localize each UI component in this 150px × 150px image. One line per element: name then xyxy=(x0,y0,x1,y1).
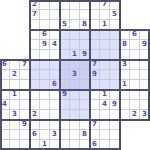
cell-r10c9[interactable] xyxy=(90,100,100,110)
cell-r7c4[interactable] xyxy=(40,70,50,80)
cell-r6c9-given[interactable]: 7 xyxy=(90,60,100,70)
cell-r7c3[interactable] xyxy=(30,70,40,80)
grid-border-segment-vertical xyxy=(59,0,61,150)
cell-r9c7[interactable] xyxy=(70,90,80,100)
grid-border-segment-horizontal xyxy=(0,119,150,121)
cell-r7c6[interactable] xyxy=(60,70,70,80)
cell-r4c4-given[interactable]: 9 xyxy=(40,40,50,50)
cell-r4c3[interactable] xyxy=(30,40,40,50)
cell-r1c7[interactable] xyxy=(70,10,80,20)
outside-area xyxy=(130,130,140,140)
outside-area xyxy=(140,10,150,20)
cell-r3c12[interactable] xyxy=(120,30,130,40)
cell-r10c4[interactable] xyxy=(40,100,50,110)
cell-r4c9[interactable] xyxy=(90,40,100,50)
windmill-sudoku-puzzle: 2775581669489196773239611914493223976381… xyxy=(0,0,150,150)
cell-r1c9[interactable] xyxy=(90,10,100,20)
cell-r3c3[interactable] xyxy=(30,30,40,40)
cell-r1c4[interactable] xyxy=(40,10,50,20)
cell-r6c4[interactable] xyxy=(40,60,50,70)
cell-r3c9[interactable] xyxy=(90,30,100,40)
grid-border-segment-horizontal xyxy=(0,89,150,91)
outside-area xyxy=(120,140,130,150)
grid-border-segment-horizontal xyxy=(29,0,121,2)
cell-r10c6[interactable] xyxy=(60,100,70,110)
grid-border-segment-vertical xyxy=(119,0,121,150)
outside-area xyxy=(140,0,150,10)
cell-r6c10[interactable] xyxy=(100,60,110,70)
outside-area xyxy=(120,130,130,140)
cell-r1c6[interactable] xyxy=(60,10,70,20)
outside-area xyxy=(0,40,10,50)
outside-area xyxy=(140,130,150,140)
cell-r7c9-given[interactable]: 9 xyxy=(90,70,100,80)
outside-area xyxy=(130,140,140,150)
cell-r4c12-given[interactable]: 8 xyxy=(120,40,130,50)
cell-r4c13[interactable] xyxy=(130,40,140,50)
cell-r12c1[interactable] xyxy=(10,120,20,130)
cell-r6c7[interactable] xyxy=(70,60,80,70)
cell-r13c3-given[interactable]: 6 xyxy=(30,130,40,140)
cell-r4c10[interactable] xyxy=(100,40,110,50)
cell-r13c4[interactable] xyxy=(40,130,50,140)
cell-r7c1-given[interactable]: 2 xyxy=(10,70,20,80)
cell-r6c1[interactable] xyxy=(10,60,20,70)
outside-area xyxy=(0,0,10,10)
cell-r9c1-given[interactable]: 1 xyxy=(10,90,20,100)
outside-area xyxy=(120,10,130,20)
cell-r6c3[interactable] xyxy=(30,60,40,70)
cell-r3c13-given[interactable]: 6 xyxy=(130,30,140,40)
cell-r13c7[interactable] xyxy=(70,130,80,140)
cell-r9c13[interactable] xyxy=(130,90,140,100)
grid-border-segment-vertical xyxy=(148,29,150,121)
cell-r10c10-given[interactable]: 4 xyxy=(100,100,110,110)
outside-area xyxy=(10,10,20,20)
cell-r12c4[interactable] xyxy=(40,120,50,130)
cell-r12c3[interactable] xyxy=(30,120,40,130)
cell-r3c6[interactable] xyxy=(60,30,70,40)
outside-area xyxy=(10,0,20,10)
cell-r7c10[interactable] xyxy=(100,70,110,80)
cell-r4c6[interactable] xyxy=(60,40,70,50)
cell-r6c12-given[interactable]: 3 xyxy=(120,60,130,70)
cell-r6c6[interactable] xyxy=(60,60,70,70)
cell-r7c13[interactable] xyxy=(130,70,140,80)
cell-r3c7[interactable] xyxy=(70,30,80,40)
cell-r12c7[interactable] xyxy=(70,120,80,130)
cell-r9c12[interactable] xyxy=(120,90,130,100)
cell-r13c10[interactable] xyxy=(100,130,110,140)
cell-r12c6[interactable] xyxy=(60,120,70,130)
cell-r6c13[interactable] xyxy=(130,60,140,70)
outside-area xyxy=(0,30,10,40)
cell-r9c6-given[interactable]: 9 xyxy=(60,90,70,100)
cell-r9c3[interactable] xyxy=(30,90,40,100)
grid-border-segment-vertical xyxy=(89,0,91,150)
outside-area xyxy=(130,10,140,20)
cell-r3c4-given[interactable]: 6 xyxy=(40,30,50,40)
cell-r13c6[interactable] xyxy=(60,130,70,140)
cell-r10c13[interactable] xyxy=(130,100,140,110)
outside-area xyxy=(130,120,140,130)
outside-area xyxy=(0,10,10,20)
cell-r9c4[interactable] xyxy=(40,90,50,100)
cell-r10c1[interactable] xyxy=(10,100,20,110)
outside-area xyxy=(10,40,20,50)
cell-r13c1[interactable] xyxy=(10,130,20,140)
cell-r7c7-given[interactable]: 3 xyxy=(70,70,80,80)
cell-r1c3-given[interactable]: 7 xyxy=(30,10,40,20)
outside-area xyxy=(120,0,130,10)
cell-r12c10[interactable] xyxy=(100,120,110,130)
cell-r3c10[interactable] xyxy=(100,30,110,40)
outside-area xyxy=(120,120,130,130)
outside-area xyxy=(10,20,20,30)
outside-area xyxy=(140,120,150,130)
cell-r12c9-given[interactable]: 7 xyxy=(90,120,100,130)
grid-border-segment-vertical xyxy=(29,0,31,150)
cell-r10c7[interactable] xyxy=(70,100,80,110)
cell-r13c9[interactable] xyxy=(90,130,100,140)
outside-area xyxy=(130,0,140,10)
cell-r10c3[interactable] xyxy=(30,100,40,110)
cell-r9c9[interactable] xyxy=(90,90,100,100)
cell-r10c12[interactable] xyxy=(120,100,130,110)
outside-area xyxy=(10,30,20,40)
grid-border-segment-horizontal xyxy=(0,59,150,61)
cell-r4c7[interactable] xyxy=(70,40,80,50)
cell-r7c12[interactable] xyxy=(120,70,130,80)
cell-r9c10-given[interactable]: 1 xyxy=(100,90,110,100)
outside-area xyxy=(140,140,150,150)
board: 2775581669489196773239611914493223976381… xyxy=(0,0,150,150)
cell-r1c10[interactable] xyxy=(100,10,110,20)
grid-border-segment-vertical xyxy=(0,59,2,150)
outside-area xyxy=(0,20,10,30)
